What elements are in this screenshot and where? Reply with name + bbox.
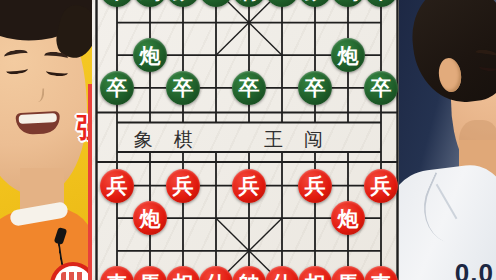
piece-red-馬-f8r10[interactable]: 馬 <box>331 266 365 280</box>
piece-red-仕-f4r10[interactable]: 仕 <box>199 266 233 280</box>
piece-red-車-f1r10[interactable]: 車 <box>100 266 134 280</box>
right-commentator-panel: 0.0 <box>399 0 496 280</box>
piece-black-卒-f5r4[interactable]: 卒 <box>232 71 266 105</box>
piece-red-相-f3r10[interactable]: 相 <box>166 266 200 280</box>
piece-red-兵-f3r7[interactable]: 兵 <box>166 169 200 203</box>
piece-red-兵-f9r7[interactable]: 兵 <box>364 169 398 203</box>
piece-black-士-f6r1[interactable]: 士 <box>265 0 299 7</box>
piece-red-兵-f7r7[interactable]: 兵 <box>298 169 332 203</box>
piece-red-相-f7r10[interactable]: 相 <box>298 266 332 280</box>
piece-black-卒-f9r4[interactable]: 卒 <box>364 71 398 105</box>
piece-red-兵-f5r7[interactable]: 兵 <box>232 169 266 203</box>
badge-glyphs <box>61 272 85 280</box>
piece-black-將-f5r1[interactable]: 將 <box>232 0 266 7</box>
piece-black-車-f1r1[interactable]: 車 <box>100 0 134 7</box>
left-commentator-panel: 张 强 <box>0 0 92 280</box>
piece-red-馬-f2r10[interactable]: 馬 <box>133 266 167 280</box>
piece-black-卒-f3r4[interactable]: 卒 <box>166 71 200 105</box>
piece-red-炮-f2r8[interactable]: 炮 <box>133 201 167 235</box>
left-commentator-teeth <box>19 113 57 124</box>
piece-red-炮-f8r8[interactable]: 炮 <box>331 201 365 235</box>
piece-black-卒-f7r4[interactable]: 卒 <box>298 71 332 105</box>
piece-red-仕-f6r10[interactable]: 仕 <box>265 266 299 280</box>
piece-black-炮-f2r3[interactable]: 炮 <box>133 38 167 72</box>
piece-black-象-f7r1[interactable]: 象 <box>298 0 332 7</box>
piece-black-象-f3r1[interactable]: 象 <box>166 0 200 7</box>
piece-black-車-f9r1[interactable]: 車 <box>364 0 398 7</box>
piece-black-炮-f8r3[interactable]: 炮 <box>331 38 365 72</box>
xiangqi-board[interactable]: 象 棋 王 闯 車馬象士將士象馬車炮炮卒卒卒卒卒兵兵兵兵兵炮炮車馬相仕帥仕相馬車 <box>92 0 399 280</box>
piece-black-馬-f2r1[interactable]: 馬 <box>133 0 167 7</box>
piece-red-兵-f1r7[interactable]: 兵 <box>100 169 134 203</box>
piece-black-馬-f8r1[interactable]: 馬 <box>331 0 365 7</box>
piece-red-帥-f5r10[interactable]: 帥 <box>232 266 266 280</box>
piece-red-車-f9r10[interactable]: 車 <box>364 266 398 280</box>
video-frame: 张 强 <box>0 0 496 280</box>
pieces-layer: 車馬象士將士象馬車炮炮卒卒卒卒卒兵兵兵兵兵炮炮車馬相仕帥仕相馬車 <box>92 0 399 280</box>
partial-score-text: 0.0 <box>455 258 494 280</box>
piece-black-士-f4r1[interactable]: 士 <box>199 0 233 7</box>
piece-black-卒-f1r4[interactable]: 卒 <box>100 71 134 105</box>
